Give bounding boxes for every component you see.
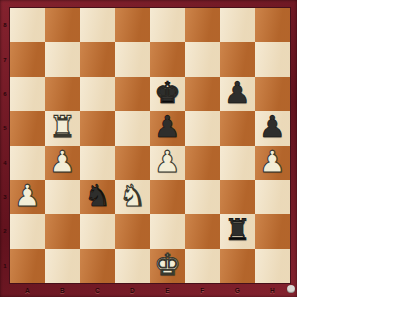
rank-label-3: 3 bbox=[0, 180, 10, 214]
file-label-e: E bbox=[150, 283, 185, 297]
square-f8[interactable] bbox=[185, 8, 220, 42]
file-label-g: G bbox=[220, 283, 255, 297]
piece-black-king[interactable]: ♚ bbox=[154, 78, 181, 108]
square-c7[interactable] bbox=[80, 42, 115, 76]
square-d8[interactable] bbox=[115, 8, 150, 42]
square-h3[interactable] bbox=[255, 180, 290, 214]
square-d3[interactable]: ♞ bbox=[115, 180, 150, 214]
piece-white-pawn[interactable]: ♟ bbox=[49, 147, 76, 177]
square-g6[interactable]: ♟ bbox=[220, 77, 255, 111]
square-c3[interactable]: ♞ bbox=[80, 180, 115, 214]
file-label-c: C bbox=[80, 283, 115, 297]
square-b6[interactable] bbox=[45, 77, 80, 111]
square-g5[interactable] bbox=[220, 111, 255, 145]
square-g8[interactable] bbox=[220, 8, 255, 42]
square-e5[interactable]: ♟ bbox=[150, 111, 185, 145]
square-a2[interactable] bbox=[10, 214, 45, 248]
piece-white-pawn[interactable]: ♟ bbox=[259, 147, 286, 177]
square-a8[interactable] bbox=[10, 8, 45, 42]
piece-black-pawn[interactable]: ♟ bbox=[259, 112, 286, 142]
square-f2[interactable] bbox=[185, 214, 220, 248]
file-label-d: D bbox=[115, 283, 150, 297]
square-b3[interactable] bbox=[45, 180, 80, 214]
square-a7[interactable] bbox=[10, 42, 45, 76]
board-squares: ♚♟♜♟♟♟♟♟♟♞♞♜♚ bbox=[10, 8, 290, 283]
square-a3[interactable]: ♟ bbox=[10, 180, 45, 214]
square-d2[interactable] bbox=[115, 214, 150, 248]
rank-label-2: 2 bbox=[0, 214, 10, 248]
piece-black-knight[interactable]: ♞ bbox=[84, 181, 111, 211]
square-g1[interactable] bbox=[220, 249, 255, 283]
square-h7[interactable] bbox=[255, 42, 290, 76]
page: ♚♟♜♟♟♟♟♟♟♞♞♜♚ 87654321 ABCDEFGH bbox=[0, 0, 414, 311]
square-g2[interactable]: ♜ bbox=[220, 214, 255, 248]
white-to-move-indicator bbox=[287, 285, 295, 293]
file-label-h: H bbox=[255, 283, 290, 297]
square-h5[interactable]: ♟ bbox=[255, 111, 290, 145]
rank-label-1: 1 bbox=[0, 249, 10, 283]
square-b1[interactable] bbox=[45, 249, 80, 283]
file-label-f: F bbox=[185, 283, 220, 297]
square-b8[interactable] bbox=[45, 8, 80, 42]
piece-white-pawn[interactable]: ♟ bbox=[154, 147, 181, 177]
square-h2[interactable] bbox=[255, 214, 290, 248]
rank-label-4: 4 bbox=[0, 146, 10, 180]
square-g7[interactable] bbox=[220, 42, 255, 76]
square-c8[interactable] bbox=[80, 8, 115, 42]
square-e2[interactable] bbox=[150, 214, 185, 248]
square-a4[interactable] bbox=[10, 146, 45, 180]
square-e8[interactable] bbox=[150, 8, 185, 42]
piece-black-rook[interactable]: ♜ bbox=[224, 215, 251, 245]
square-g4[interactable] bbox=[220, 146, 255, 180]
square-a6[interactable] bbox=[10, 77, 45, 111]
square-a5[interactable] bbox=[10, 111, 45, 145]
square-f3[interactable] bbox=[185, 180, 220, 214]
square-h6[interactable] bbox=[255, 77, 290, 111]
square-f6[interactable] bbox=[185, 77, 220, 111]
rank-label-8: 8 bbox=[0, 8, 10, 42]
square-g3[interactable] bbox=[220, 180, 255, 214]
square-f7[interactable] bbox=[185, 42, 220, 76]
square-b4[interactable]: ♟ bbox=[45, 146, 80, 180]
square-f5[interactable] bbox=[185, 111, 220, 145]
square-e6[interactable]: ♚ bbox=[150, 77, 185, 111]
square-h4[interactable]: ♟ bbox=[255, 146, 290, 180]
square-e3[interactable] bbox=[150, 180, 185, 214]
piece-white-king[interactable]: ♚ bbox=[154, 250, 181, 280]
square-d6[interactable] bbox=[115, 77, 150, 111]
square-f4[interactable] bbox=[185, 146, 220, 180]
square-h1[interactable] bbox=[255, 249, 290, 283]
square-a1[interactable] bbox=[10, 249, 45, 283]
square-c4[interactable] bbox=[80, 146, 115, 180]
rank-label-5: 5 bbox=[0, 111, 10, 145]
piece-black-pawn[interactable]: ♟ bbox=[224, 78, 251, 108]
square-h8[interactable] bbox=[255, 8, 290, 42]
square-d1[interactable] bbox=[115, 249, 150, 283]
square-b5[interactable]: ♜ bbox=[45, 111, 80, 145]
square-c1[interactable] bbox=[80, 249, 115, 283]
square-d5[interactable] bbox=[115, 111, 150, 145]
chess-board: ♚♟♜♟♟♟♟♟♟♞♞♜♚ 87654321 ABCDEFGH bbox=[0, 0, 297, 297]
square-b2[interactable] bbox=[45, 214, 80, 248]
rank-label-6: 6 bbox=[0, 77, 10, 111]
piece-black-pawn[interactable]: ♟ bbox=[154, 112, 181, 142]
piece-white-rook[interactable]: ♜ bbox=[49, 112, 76, 142]
square-e7[interactable] bbox=[150, 42, 185, 76]
square-d4[interactable] bbox=[115, 146, 150, 180]
square-c5[interactable] bbox=[80, 111, 115, 145]
square-d7[interactable] bbox=[115, 42, 150, 76]
square-e4[interactable]: ♟ bbox=[150, 146, 185, 180]
piece-white-knight[interactable]: ♞ bbox=[119, 181, 146, 211]
square-f1[interactable] bbox=[185, 249, 220, 283]
file-label-b: B bbox=[45, 283, 80, 297]
square-c2[interactable] bbox=[80, 214, 115, 248]
square-b7[interactable] bbox=[45, 42, 80, 76]
square-e1[interactable]: ♚ bbox=[150, 249, 185, 283]
file-label-a: A bbox=[10, 283, 45, 297]
rank-label-7: 7 bbox=[0, 42, 10, 76]
square-c6[interactable] bbox=[80, 77, 115, 111]
piece-white-pawn[interactable]: ♟ bbox=[14, 181, 41, 211]
